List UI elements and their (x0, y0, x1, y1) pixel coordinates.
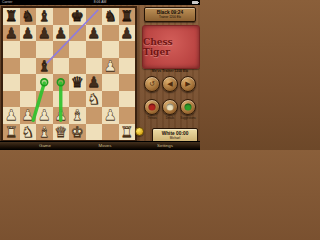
piece-white-bishop-c1[interactable]: ♝ (36, 124, 53, 141)
piece-white-king-e1[interactable]: ♚ (69, 124, 86, 141)
details-white-dot (167, 104, 174, 111)
piece-white-pawn-d2[interactable]: ♟ (53, 107, 70, 124)
chess-board-frame: ♜♞♝♚♞♜♟♟♟♟♟♟♝♟♛♟♞♟♟♟♟♝♟♜♞♝♛♚♜ (1, 6, 137, 142)
square-g1[interactable] (102, 124, 119, 141)
square-e8[interactable]: ♚ (69, 8, 86, 25)
square-c6[interactable] (36, 41, 53, 58)
piece-black-rook-h8[interactable]: ♜ (119, 8, 136, 25)
back-button[interactable]: ◀ (162, 76, 178, 92)
piece-black-queen-e4[interactable]: ♛ (69, 74, 86, 91)
battery-icon (192, 1, 198, 4)
forward-icon: ▶ (185, 80, 190, 87)
square-g8[interactable]: ♞ (102, 8, 119, 25)
threats-button[interactable] (144, 99, 160, 115)
threats-label: Threats (147, 116, 156, 120)
square-b1[interactable]: ♞ (20, 124, 37, 141)
tab-moves[interactable]: Moves (99, 143, 112, 148)
square-d5[interactable] (53, 58, 70, 75)
square-f6[interactable] (86, 41, 103, 58)
details-button[interactable] (162, 99, 178, 115)
tab-settings[interactable]: Settings (157, 143, 173, 148)
app-logo: Chess Tiger (143, 37, 199, 57)
piece-white-bishop-e2[interactable]: ♝ (69, 107, 86, 124)
carrier-label: Carrier (2, 0, 12, 5)
square-b3[interactable] (20, 91, 37, 108)
square-c4[interactable] (36, 74, 53, 91)
square-a1[interactable]: ♜ (3, 124, 20, 141)
black-player-name: Trainer 1200 Elo (145, 16, 195, 20)
undo-button[interactable]: ↺ (144, 76, 160, 92)
square-g3[interactable] (102, 91, 119, 108)
tab-game[interactable]: Game (39, 143, 51, 148)
square-e1[interactable]: ♚ (69, 124, 86, 141)
square-d4[interactable] (53, 74, 70, 91)
square-d7[interactable]: ♟ (53, 25, 70, 42)
square-c8[interactable]: ♝ (36, 8, 53, 25)
square-h6[interactable] (119, 41, 136, 58)
piece-white-queen-d1[interactable]: ♛ (53, 124, 70, 141)
square-e4[interactable]: ♛ (69, 74, 86, 91)
square-d3[interactable] (53, 91, 70, 108)
square-b4[interactable] (20, 74, 37, 91)
square-c7[interactable]: ♟ (36, 25, 53, 42)
square-f8[interactable] (86, 8, 103, 25)
square-a6[interactable] (3, 41, 20, 58)
square-f4[interactable]: ♟ (86, 74, 103, 91)
forward-button[interactable]: ▶ (180, 76, 196, 92)
square-g2[interactable]: ♟ (102, 107, 119, 124)
white-player-name: Michael (153, 137, 197, 141)
piece-black-pawn-b7[interactable]: ♟ (20, 25, 37, 42)
piece-black-king-e8[interactable]: ♚ (69, 8, 86, 25)
square-h2[interactable] (119, 107, 136, 124)
square-h4[interactable] (119, 74, 136, 91)
piece-white-pawn-g2[interactable]: ♟ (102, 107, 119, 124)
square-f7[interactable]: ♟ (86, 25, 103, 42)
square-h1[interactable]: ♜ (119, 124, 136, 141)
square-f1[interactable] (86, 124, 103, 141)
square-g7[interactable] (102, 25, 119, 42)
piece-black-pawn-a7[interactable]: ♟ (3, 25, 20, 42)
square-a5[interactable] (3, 58, 20, 75)
square-b6[interactable] (20, 41, 37, 58)
piece-white-pawn-g5[interactable]: ♟ (102, 58, 119, 75)
piece-white-knight-f3[interactable]: ♞ (86, 91, 103, 108)
square-a4[interactable] (3, 74, 20, 91)
square-h3[interactable] (119, 91, 136, 108)
square-a2[interactable]: ♟ (3, 107, 20, 124)
square-f5[interactable] (86, 58, 103, 75)
piece-white-pawn-b2[interactable]: ♟ (20, 107, 37, 124)
side-panel: Black 09:24 Trainer 1200 Elo Chess Tiger… (140, 5, 200, 142)
square-g5[interactable]: ♟ (102, 58, 119, 75)
nav-button-row: ↺ ◀ ▶ (142, 76, 198, 92)
piece-black-rook-a8[interactable]: ♜ (3, 8, 20, 25)
piece-black-pawn-h7[interactable]: ♟ (119, 25, 136, 42)
piece-black-knight-g8[interactable]: ♞ (102, 8, 119, 25)
square-c2[interactable]: ♟ (36, 107, 53, 124)
piece-white-pawn-a2[interactable]: ♟ (3, 107, 20, 124)
back-icon: ◀ (167, 80, 172, 87)
clock-label: 8:06 AM (94, 0, 106, 5)
piece-white-rook-h1[interactable]: ♜ (119, 124, 136, 141)
square-f3[interactable]: ♞ (86, 91, 103, 108)
square-e6[interactable] (69, 41, 86, 58)
square-g6[interactable] (102, 41, 119, 58)
square-h5[interactable] (119, 58, 136, 75)
threats-red-dot (149, 104, 156, 111)
square-g4[interactable] (102, 74, 119, 91)
bottom-toolbar: Game Moves Settings (0, 141, 200, 150)
square-b5[interactable] (20, 58, 37, 75)
piece-black-pawn-c7[interactable]: ♟ (36, 25, 53, 42)
square-c5[interactable]: ♝ (36, 58, 53, 75)
logo-panel: Chess Tiger (142, 25, 200, 69)
black-clock-plaque: Black 09:24 Trainer 1200 Elo (144, 7, 196, 22)
details-label: Details (166, 116, 175, 120)
undo-icon: ↺ (149, 80, 155, 87)
square-e3[interactable] (69, 91, 86, 108)
piece-black-pawn-d7[interactable]: ♟ (53, 25, 70, 42)
square-c1[interactable]: ♝ (36, 124, 53, 141)
square-a7[interactable]: ♟ (3, 25, 20, 42)
square-d8[interactable] (53, 8, 70, 25)
square-e7[interactable] (69, 25, 86, 42)
piece-white-pawn-c2[interactable]: ♟ (36, 107, 53, 124)
status-bar: Carrier 8:06 AM (0, 0, 200, 5)
piece-black-knight-b8[interactable]: ♞ (20, 8, 37, 25)
square-c3[interactable] (36, 91, 53, 108)
square-d1[interactable]: ♛ (53, 124, 70, 141)
matchup-label: Me vs Trainer 1200 Elo (140, 69, 200, 73)
square-e2[interactable]: ♝ (69, 107, 86, 124)
square-a3[interactable] (3, 91, 20, 108)
square-a8[interactable]: ♜ (3, 8, 20, 25)
board[interactable]: ♜♞♝♚♞♜♟♟♟♟♟♟♝♟♛♟♞♟♟♟♟♝♟♜♞♝♛♚♜ (3, 8, 135, 140)
square-d2[interactable]: ♟ (53, 107, 70, 124)
square-h8[interactable]: ♜ (119, 8, 136, 25)
square-e5[interactable] (69, 58, 86, 75)
piece-black-bishop-c5[interactable]: ♝ (36, 58, 53, 75)
piece-black-pawn-f7[interactable]: ♟ (86, 25, 103, 42)
option-button-row: Threats Details Suggestions (142, 99, 198, 120)
suggestions-green-dot (185, 104, 192, 111)
suggestions-button[interactable] (180, 99, 196, 115)
square-b8[interactable]: ♞ (20, 8, 37, 25)
square-f2[interactable] (86, 107, 103, 124)
suggestions-label: Suggestions (180, 116, 195, 120)
square-d6[interactable] (53, 41, 70, 58)
piece-black-pawn-f4[interactable]: ♟ (86, 74, 103, 91)
piece-white-rook-a1[interactable]: ♜ (3, 124, 20, 141)
square-h7[interactable]: ♟ (119, 25, 136, 42)
piece-black-bishop-c8[interactable]: ♝ (36, 8, 53, 25)
turn-indicator-dot (135, 127, 144, 136)
square-b2[interactable]: ♟ (20, 107, 37, 124)
square-b7[interactable]: ♟ (20, 25, 37, 42)
piece-white-knight-b1[interactable]: ♞ (20, 124, 37, 141)
